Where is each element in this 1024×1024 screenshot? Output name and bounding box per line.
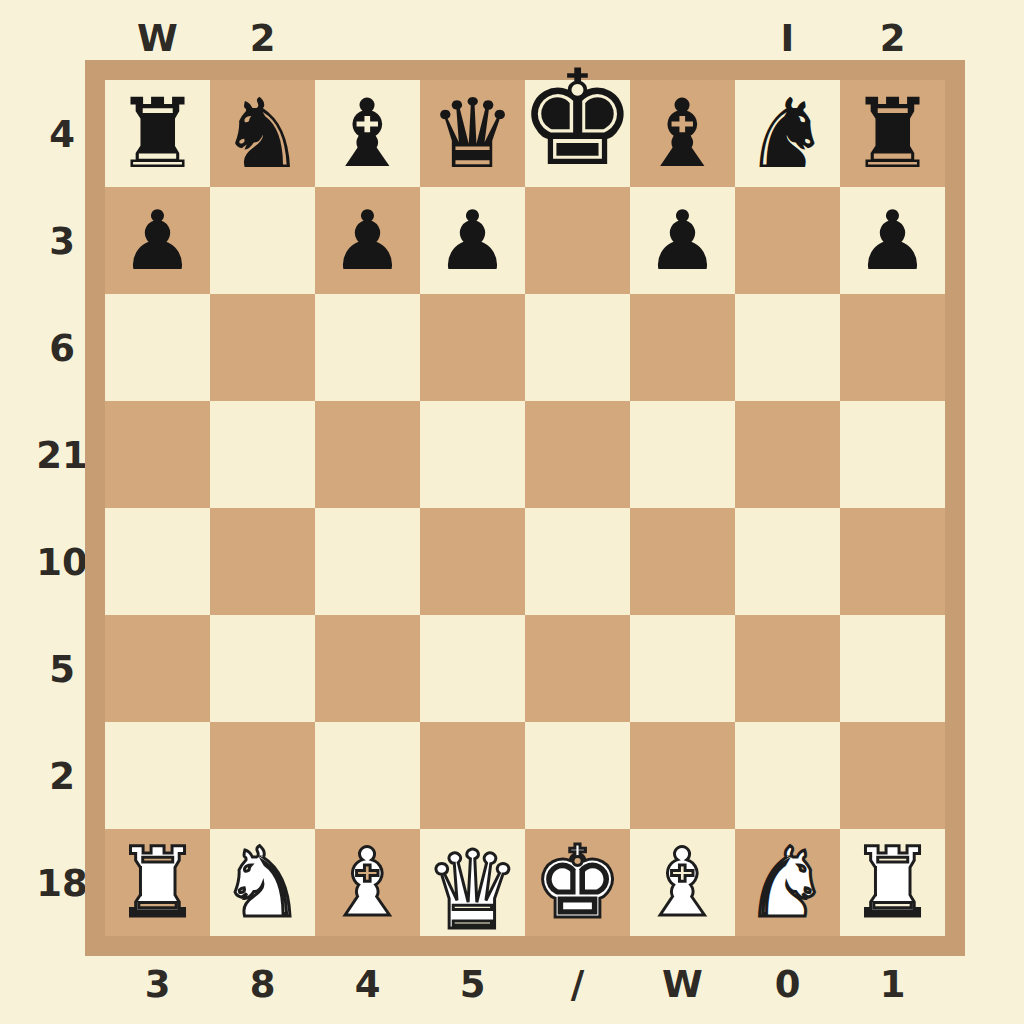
rank-label-row6: 5 xyxy=(49,650,75,687)
file-label-col1: 3 xyxy=(145,966,171,1003)
square-r1c7[interactable]: ♞ xyxy=(735,80,840,187)
square-r3c8[interactable] xyxy=(840,294,945,401)
top-label-col1: W xyxy=(137,20,178,57)
square-r2c6[interactable]: ♟ xyxy=(630,187,735,294)
top-label-col2: 2 xyxy=(250,20,276,57)
square-r7c4[interactable] xyxy=(420,722,525,829)
file-label-col4: 5 xyxy=(460,966,486,1003)
square-r4c1[interactable] xyxy=(105,401,210,508)
file-label-col2: 8 xyxy=(250,966,276,1003)
square-r3c4[interactable] xyxy=(420,294,525,401)
square-r8c7[interactable]: ♞ xyxy=(735,829,840,936)
square-r6c3[interactable] xyxy=(315,615,420,722)
black-pawn: ♟ xyxy=(856,200,930,282)
square-r7c5[interactable] xyxy=(525,722,630,829)
square-r5c5[interactable] xyxy=(525,508,630,615)
square-r6c2[interactable] xyxy=(210,615,315,722)
black-rook: ♜ xyxy=(849,86,935,182)
chess-board: ♜♞♝♛♚♝♞♜♟♟♟♟♟♜♞♝♛♚♝♞♜ xyxy=(85,60,965,956)
square-r7c1[interactable] xyxy=(105,722,210,829)
square-r7c6[interactable] xyxy=(630,722,735,829)
black-pawn: ♟ xyxy=(436,200,510,282)
rank-label-row1: 4 xyxy=(49,115,75,152)
square-r5c3[interactable] xyxy=(315,508,420,615)
square-r8c5[interactable]: ♚ xyxy=(525,829,630,936)
square-r4c3[interactable] xyxy=(315,401,420,508)
black-bishop: ♝ xyxy=(640,87,724,181)
white-bishop: ♝ xyxy=(640,836,724,930)
square-r7c2[interactable] xyxy=(210,722,315,829)
square-r5c7[interactable] xyxy=(735,508,840,615)
square-r2c7[interactable] xyxy=(735,187,840,294)
white-queen: ♛ xyxy=(424,837,521,945)
rank-label-row2: 3 xyxy=(49,222,75,259)
white-bishop: ♝ xyxy=(325,836,409,930)
white-knight: ♞ xyxy=(219,835,305,931)
square-r4c8[interactable] xyxy=(840,401,945,508)
top-label-col7: I xyxy=(781,20,795,57)
square-r8c4[interactable]: ♛ xyxy=(420,829,525,936)
square-r2c5[interactable] xyxy=(525,187,630,294)
square-r6c5[interactable] xyxy=(525,615,630,722)
square-r1c8[interactable]: ♜ xyxy=(840,80,945,187)
file-label-col8: 1 xyxy=(880,966,906,1003)
square-r6c6[interactable] xyxy=(630,615,735,722)
white-king: ♚ xyxy=(533,833,623,933)
file-label-col7: 0 xyxy=(775,966,801,1003)
square-r3c3[interactable] xyxy=(315,294,420,401)
black-knight: ♞ xyxy=(744,86,830,182)
black-queen: ♛ xyxy=(429,86,515,182)
file-label-col6: W xyxy=(662,966,703,1003)
black-pawn: ♟ xyxy=(121,200,195,282)
square-r2c1[interactable]: ♟ xyxy=(105,187,210,294)
square-r5c4[interactable] xyxy=(420,508,525,615)
square-r3c1[interactable] xyxy=(105,294,210,401)
square-r3c6[interactable] xyxy=(630,294,735,401)
square-r6c4[interactable] xyxy=(420,615,525,722)
rank-label-row8: 18 xyxy=(36,864,88,901)
square-r7c7[interactable] xyxy=(735,722,840,829)
square-r3c5[interactable] xyxy=(525,294,630,401)
square-r1c2[interactable]: ♞ xyxy=(210,80,315,187)
square-r4c4[interactable] xyxy=(420,401,525,508)
square-r6c7[interactable] xyxy=(735,615,840,722)
rank-label-row7: 2 xyxy=(49,757,75,794)
square-r1c1[interactable]: ♜ xyxy=(105,80,210,187)
square-r3c2[interactable] xyxy=(210,294,315,401)
square-r8c6[interactable]: ♝ xyxy=(630,829,735,936)
file-label-col5: / xyxy=(571,966,585,1003)
black-knight: ♞ xyxy=(219,86,305,182)
square-r5c2[interactable] xyxy=(210,508,315,615)
square-r5c8[interactable] xyxy=(840,508,945,615)
file-label-col3: 4 xyxy=(355,966,381,1003)
square-r2c3[interactable]: ♟ xyxy=(315,187,420,294)
square-r8c2[interactable]: ♞ xyxy=(210,829,315,936)
rank-label-row5: 10 xyxy=(36,543,88,580)
square-r5c1[interactable] xyxy=(105,508,210,615)
black-king: ♚ xyxy=(518,52,636,184)
square-r8c8[interactable]: ♜ xyxy=(840,829,945,936)
black-rook: ♜ xyxy=(114,86,200,182)
square-r1c4[interactable]: ♛ xyxy=(420,80,525,187)
square-r4c6[interactable] xyxy=(630,401,735,508)
white-knight: ♞ xyxy=(744,835,830,931)
square-r2c4[interactable]: ♟ xyxy=(420,187,525,294)
rank-label-row4: 21 xyxy=(36,436,88,473)
black-pawn: ♟ xyxy=(646,200,720,282)
square-r4c7[interactable] xyxy=(735,401,840,508)
square-r1c6[interactable]: ♝ xyxy=(630,80,735,187)
square-r6c1[interactable] xyxy=(105,615,210,722)
black-bishop: ♝ xyxy=(325,87,409,181)
square-r1c3[interactable]: ♝ xyxy=(315,80,420,187)
square-r4c2[interactable] xyxy=(210,401,315,508)
square-r2c8[interactable]: ♟ xyxy=(840,187,945,294)
rank-label-row3: 6 xyxy=(49,329,75,366)
top-label-col8: 2 xyxy=(880,20,906,57)
black-pawn: ♟ xyxy=(331,200,405,282)
square-r5c6[interactable] xyxy=(630,508,735,615)
square-r1c5[interactable]: ♚ xyxy=(525,80,630,187)
square-r7c3[interactable] xyxy=(315,722,420,829)
square-r2c2[interactable] xyxy=(210,187,315,294)
white-rook: ♜ xyxy=(849,835,935,931)
white-rook: ♜ xyxy=(114,835,200,931)
square-r7c8[interactable] xyxy=(840,722,945,829)
square-r8c1[interactable]: ♜ xyxy=(105,829,210,936)
square-r3c7[interactable] xyxy=(735,294,840,401)
square-r6c8[interactable] xyxy=(840,615,945,722)
square-r8c3[interactable]: ♝ xyxy=(315,829,420,936)
square-r4c5[interactable] xyxy=(525,401,630,508)
